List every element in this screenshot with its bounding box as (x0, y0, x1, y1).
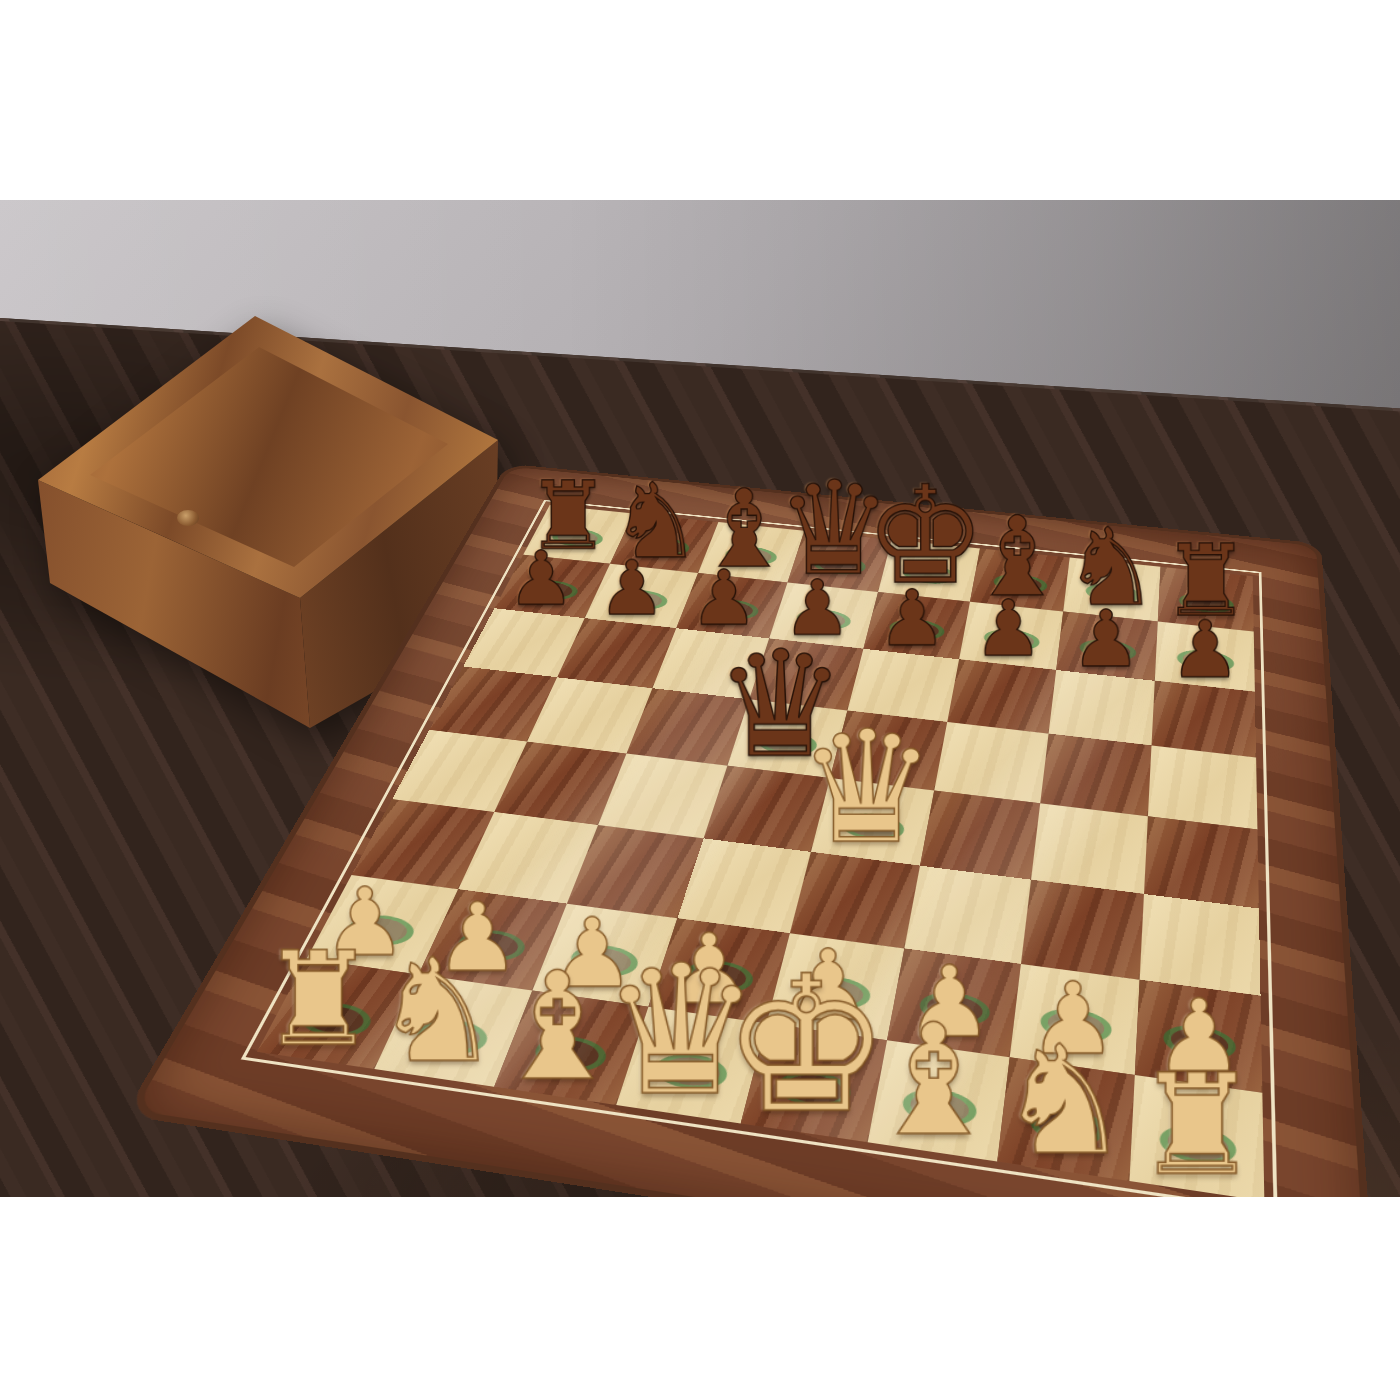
square-e7[interactable]: ♟ (863, 592, 970, 659)
square-h5[interactable] (1148, 745, 1258, 829)
black-pawn-a7[interactable]: ♟ (507, 544, 574, 613)
square-g4[interactable] (1031, 803, 1148, 894)
square-f7[interactable]: ♟ (959, 602, 1063, 670)
white-knight-b1[interactable]: ♞ (373, 946, 501, 1077)
white-rook-a1[interactable]: ♜ (260, 940, 376, 1059)
square-e4[interactable]: ♛ (811, 778, 934, 866)
white-bishop-f1[interactable]: ♝ (864, 1009, 1002, 1150)
black-pawn-f7[interactable]: ♟ (973, 593, 1043, 664)
square-b4[interactable] (494, 742, 626, 825)
square-f5[interactable] (934, 722, 1048, 803)
square-g1[interactable]: ♞ (997, 1057, 1135, 1181)
square-f4[interactable] (920, 791, 1040, 880)
white-rook-h1[interactable]: ♜ (1134, 1062, 1259, 1190)
square-g5[interactable] (1040, 734, 1151, 817)
black-pawn-g7[interactable]: ♟ (1070, 603, 1140, 675)
box-lid-knob (177, 510, 199, 526)
white-queen-e4[interactable]: ♛ (797, 716, 936, 859)
product-photo: ♜♞♝♛♚♝♞♜♟♟♟♟♟♟♟♟♛♛♟♟♟♟♟♟♟♟♜♞♝♛♚♝♞♜ (0, 200, 1400, 1197)
square-h7[interactable]: ♟ (1155, 621, 1255, 691)
white-knight-g1[interactable]: ♞ (996, 1032, 1131, 1170)
square-g6[interactable] (1049, 670, 1155, 746)
black-pawn-e7[interactable]: ♟ (877, 583, 946, 654)
square-b7[interactable]: ♟ (585, 564, 698, 628)
square-f6[interactable] (947, 659, 1056, 733)
square-f1[interactable]: ♝ (868, 1040, 1010, 1161)
square-h4[interactable] (1144, 816, 1259, 908)
square-h1[interactable]: ♜ (1129, 1075, 1264, 1197)
square-h6[interactable] (1152, 681, 1257, 758)
black-pawn-h7[interactable]: ♟ (1169, 614, 1240, 687)
square-g7[interactable]: ♟ (1056, 612, 1158, 681)
black-pawn-b7[interactable]: ♟ (598, 554, 666, 623)
